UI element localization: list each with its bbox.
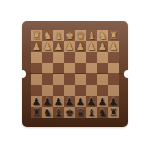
- piece-br: ♜: [109, 107, 118, 118]
- square-r7-c5[interactable]: ♟: [75, 96, 86, 107]
- square-r5-c6[interactable]: [86, 74, 97, 85]
- piece-wn: ♞: [98, 30, 107, 41]
- square-r3-c8[interactable]: [108, 52, 119, 63]
- piece-wb: ♝: [54, 30, 63, 41]
- hinge-notch-left: [21, 70, 26, 78]
- square-r8-c1[interactable]: ♜: [31, 107, 42, 118]
- square-r6-c7[interactable]: [97, 85, 108, 96]
- square-r8-c7[interactable]: ♞: [97, 107, 108, 118]
- square-r7-c2[interactable]: ♟: [42, 96, 53, 107]
- square-r7-c6[interactable]: ♟: [86, 96, 97, 107]
- square-r2-c2[interactable]: ♟: [42, 41, 53, 52]
- piece-bk: ♚: [65, 107, 74, 118]
- square-r2-c3[interactable]: ♟: [53, 41, 64, 52]
- square-r5-c5[interactable]: [75, 74, 86, 85]
- piece-bp: ♟: [98, 96, 107, 107]
- piece-bp: ♟: [65, 96, 74, 107]
- hinge-notch-right: [124, 70, 129, 78]
- chess-board: ♜♞♝♚♛♝♞♜♟♟♟♟♟♟♟♟♟♟♟♟♟♟♟♟♜♞♝♚♛♝♞♜: [22, 21, 128, 127]
- piece-wp: ♟: [65, 41, 74, 52]
- square-r8-c8[interactable]: ♜: [108, 107, 119, 118]
- piece-wp: ♟: [54, 41, 63, 52]
- square-r5-c2[interactable]: [42, 74, 53, 85]
- piece-bp: ♟: [54, 96, 63, 107]
- square-r5-c1[interactable]: [31, 74, 42, 85]
- piece-br: ♜: [32, 107, 41, 118]
- square-r3-c4[interactable]: [64, 52, 75, 63]
- piece-wk: ♚: [65, 30, 74, 41]
- square-r2-c4[interactable]: ♟: [64, 41, 75, 52]
- square-r8-c2[interactable]: ♞: [42, 107, 53, 118]
- square-r1-c7[interactable]: ♞: [97, 30, 108, 41]
- square-r5-c7[interactable]: [97, 74, 108, 85]
- chess-board-grid: ♜♞♝♚♛♝♞♜♟♟♟♟♟♟♟♟♟♟♟♟♟♟♟♟♜♞♝♚♛♝♞♜: [31, 30, 119, 118]
- piece-bb: ♝: [87, 107, 96, 118]
- square-r3-c2[interactable]: [42, 52, 53, 63]
- piece-wp: ♟: [76, 41, 85, 52]
- piece-bb: ♝: [54, 107, 63, 118]
- square-r7-c7[interactable]: ♟: [97, 96, 108, 107]
- square-r6-c6[interactable]: [86, 85, 97, 96]
- square-r3-c1[interactable]: [31, 52, 42, 63]
- product-photo: ♜♞♝♚♛♝♞♜♟♟♟♟♟♟♟♟♟♟♟♟♟♟♟♟♜♞♝♚♛♝♞♜: [0, 0, 150, 150]
- square-r6-c8[interactable]: [108, 85, 119, 96]
- square-r1-c6[interactable]: ♝: [86, 30, 97, 41]
- piece-wr: ♜: [32, 30, 41, 41]
- square-r1-c5[interactable]: ♛: [75, 30, 86, 41]
- square-r5-c8[interactable]: [108, 74, 119, 85]
- piece-bp: ♟: [76, 96, 85, 107]
- square-r3-c7[interactable]: [97, 52, 108, 63]
- piece-wq: ♛: [76, 30, 85, 41]
- square-r8-c6[interactable]: ♝: [86, 107, 97, 118]
- square-r3-c6[interactable]: [86, 52, 97, 63]
- square-r1-c3[interactable]: ♝: [53, 30, 64, 41]
- square-r6-c2[interactable]: [42, 85, 53, 96]
- square-r1-c4[interactable]: ♚: [64, 30, 75, 41]
- piece-bn: ♞: [43, 107, 52, 118]
- piece-bp: ♟: [32, 96, 41, 107]
- piece-wr: ♜: [109, 30, 118, 41]
- square-r6-c4[interactable]: [64, 85, 75, 96]
- piece-wp: ♟: [109, 41, 118, 52]
- square-r2-c7[interactable]: ♟: [97, 41, 108, 52]
- square-r2-c6[interactable]: ♟: [86, 41, 97, 52]
- piece-wb: ♝: [87, 30, 96, 41]
- piece-wp: ♟: [98, 41, 107, 52]
- piece-bp: ♟: [109, 96, 118, 107]
- square-r7-c1[interactable]: ♟: [31, 96, 42, 107]
- square-r8-c3[interactable]: ♝: [53, 107, 64, 118]
- square-r6-c1[interactable]: [31, 85, 42, 96]
- square-r6-c5[interactable]: [75, 85, 86, 96]
- piece-wp: ♟: [43, 41, 52, 52]
- square-r2-c8[interactable]: ♟: [108, 41, 119, 52]
- fold-seam: [28, 73, 122, 74]
- square-r1-c8[interactable]: ♜: [108, 30, 119, 41]
- square-r5-c3[interactable]: [53, 74, 64, 85]
- square-r8-c4[interactable]: ♚: [64, 107, 75, 118]
- square-r8-c5[interactable]: ♛: [75, 107, 86, 118]
- square-r6-c3[interactable]: [53, 85, 64, 96]
- piece-bq: ♛: [76, 107, 85, 118]
- square-r5-c4[interactable]: [64, 74, 75, 85]
- piece-wp: ♟: [32, 41, 41, 52]
- square-r7-c8[interactable]: ♟: [108, 96, 119, 107]
- piece-bp: ♟: [43, 96, 52, 107]
- square-r2-c1[interactable]: ♟: [31, 41, 42, 52]
- square-r7-c4[interactable]: ♟: [64, 96, 75, 107]
- square-r7-c3[interactable]: ♟: [53, 96, 64, 107]
- square-r3-c5[interactable]: [75, 52, 86, 63]
- square-r2-c5[interactable]: ♟: [75, 41, 86, 52]
- piece-wn: ♞: [43, 30, 52, 41]
- piece-bp: ♟: [87, 96, 96, 107]
- square-r1-c1[interactable]: ♜: [31, 30, 42, 41]
- square-r1-c2[interactable]: ♞: [42, 30, 53, 41]
- piece-bn: ♞: [98, 107, 107, 118]
- square-r3-c3[interactable]: [53, 52, 64, 63]
- piece-wp: ♟: [87, 41, 96, 52]
